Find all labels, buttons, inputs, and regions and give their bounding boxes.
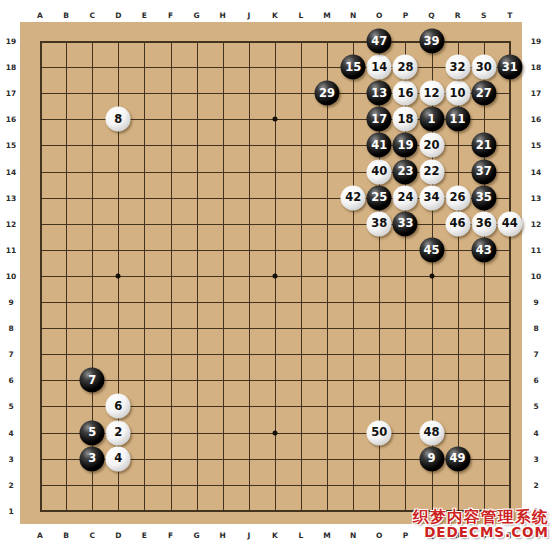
row-label-right: 19	[531, 37, 541, 46]
stone-black-O17: 13	[367, 81, 392, 106]
stone-white-Q15: 20	[419, 133, 444, 158]
grid-line-v	[301, 41, 302, 511]
watermark-chinese-text: 织梦内容管理系统	[413, 509, 549, 525]
col-label-bottom: L	[299, 531, 304, 540]
row-label-right: 16	[531, 115, 541, 124]
col-label-top: F	[168, 11, 173, 20]
row-label-left: 1	[8, 506, 13, 515]
star-point-K16	[272, 117, 277, 122]
stone-black-T18: 31	[497, 55, 522, 80]
col-label-bottom: E	[142, 531, 147, 540]
row-label-right: 10	[531, 271, 541, 280]
watermark-site-text: DEDECMS.COM	[413, 525, 549, 539]
stone-black-S15: 21	[471, 133, 496, 158]
row-label-right: 13	[531, 193, 541, 202]
stone-white-R18: 32	[445, 55, 470, 80]
grid-line-h	[40, 354, 510, 355]
row-label-left: 4	[8, 428, 13, 437]
col-label-bottom: A	[37, 531, 43, 540]
col-label-bottom: F	[168, 531, 173, 540]
col-label-top: N	[350, 11, 356, 20]
stone-white-P18: 28	[393, 55, 418, 80]
row-label-left: 19	[6, 37, 16, 46]
col-label-bottom: K	[272, 531, 278, 540]
stone-black-P12: 33	[393, 211, 418, 236]
stone-black-S13: 35	[471, 185, 496, 210]
col-label-top: A	[37, 11, 43, 20]
stone-black-R3: 49	[445, 446, 470, 471]
stone-black-R16: 11	[445, 107, 470, 132]
stone-white-Q17: 12	[419, 81, 444, 106]
stone-white-P13: 24	[393, 185, 418, 210]
col-label-bottom: C	[89, 531, 95, 540]
stone-black-Q11: 45	[419, 237, 444, 262]
row-label-left: 9	[8, 298, 13, 307]
page: 织梦内容管理系统 DEDECMS.COM AABBCCDDEEFFGGHHJJK…	[0, 0, 550, 550]
grid-line-h	[40, 485, 510, 486]
col-label-bottom: M	[323, 531, 330, 540]
star-point-K10	[272, 273, 277, 278]
stone-white-D5: 6	[106, 394, 131, 419]
grid-line-h	[40, 380, 510, 381]
stone-black-C6: 7	[80, 368, 105, 393]
row-label-right: 7	[533, 350, 538, 359]
stone-white-O12: 38	[367, 211, 392, 236]
stone-black-S14: 37	[471, 159, 496, 184]
row-label-left: 6	[8, 376, 13, 385]
row-label-left: 15	[6, 141, 16, 150]
row-label-right: 4	[533, 428, 538, 437]
grid-line-v	[353, 41, 354, 511]
col-label-bottom: P	[403, 531, 409, 540]
row-label-left: 10	[6, 271, 16, 280]
stone-black-P15: 19	[393, 133, 418, 158]
stone-black-Q19: 39	[419, 29, 444, 54]
stone-white-P16: 18	[393, 107, 418, 132]
row-label-left: 11	[6, 245, 16, 254]
col-label-top: L	[299, 11, 304, 20]
row-label-right: 17	[531, 89, 541, 98]
stone-white-Q4: 48	[419, 420, 444, 445]
stone-white-Q14: 22	[419, 159, 444, 184]
stone-white-S18: 30	[471, 55, 496, 80]
row-label-left: 3	[8, 454, 13, 463]
stone-black-M17: 29	[315, 81, 340, 106]
col-label-bottom: G	[194, 531, 200, 540]
stone-white-P17: 16	[393, 81, 418, 106]
col-label-top: C	[89, 11, 95, 20]
col-label-top: S	[481, 11, 486, 20]
row-label-right: 5	[533, 402, 538, 411]
col-label-top: Q	[428, 11, 434, 20]
stone-white-S12: 36	[471, 211, 496, 236]
stone-black-O16: 17	[367, 107, 392, 132]
stone-white-O18: 14	[367, 55, 392, 80]
stone-black-O19: 47	[367, 29, 392, 54]
row-label-right: 6	[533, 376, 538, 385]
row-label-left: 17	[6, 89, 16, 98]
stone-black-S11: 43	[471, 237, 496, 262]
stone-black-P14: 23	[393, 159, 418, 184]
stone-black-C4: 5	[80, 420, 105, 445]
col-label-top: R	[455, 11, 461, 20]
col-label-top: E	[142, 11, 147, 20]
star-point-K4	[272, 430, 277, 435]
stone-white-O14: 40	[367, 159, 392, 184]
col-label-top: O	[376, 11, 382, 20]
row-label-left: 8	[8, 324, 13, 333]
stone-white-D3: 4	[106, 446, 131, 471]
stone-black-Q16: 1	[419, 107, 444, 132]
col-label-bottom: J	[247, 531, 250, 540]
row-label-right: 3	[533, 454, 538, 463]
row-label-right: 8	[533, 324, 538, 333]
stone-white-T12: 44	[497, 211, 522, 236]
grid-line-v	[484, 41, 485, 511]
stone-white-Q13: 34	[419, 185, 444, 210]
stone-white-D16: 8	[106, 107, 131, 132]
stone-black-S17: 27	[471, 81, 496, 106]
grid-line-h	[40, 302, 510, 303]
star-point-D10	[116, 273, 121, 278]
col-label-bottom: O	[376, 531, 382, 540]
row-label-right: 12	[531, 219, 541, 228]
grid-line-h	[40, 328, 510, 329]
stone-white-O4: 50	[367, 420, 392, 445]
col-label-top: J	[247, 11, 250, 20]
row-label-left: 14	[6, 167, 16, 176]
stone-white-R13: 26	[445, 185, 470, 210]
stone-white-N13: 42	[341, 185, 366, 210]
row-label-left: 12	[6, 219, 16, 228]
row-label-left: 2	[8, 480, 13, 489]
col-label-top: D	[115, 11, 121, 20]
col-label-top: T	[507, 11, 512, 20]
stone-black-C3: 3	[80, 446, 105, 471]
col-label-top: K	[272, 11, 278, 20]
col-label-top: P	[403, 11, 409, 20]
stone-black-Q3: 9	[419, 446, 444, 471]
row-label-right: 9	[533, 298, 538, 307]
stone-white-R12: 46	[445, 211, 470, 236]
col-label-bottom: H	[220, 531, 226, 540]
row-label-right: 18	[531, 63, 541, 72]
col-label-bottom: B	[63, 531, 69, 540]
row-label-right: 2	[533, 480, 538, 489]
col-label-top: H	[220, 11, 226, 20]
row-label-left: 16	[6, 115, 16, 124]
row-label-left: 7	[8, 350, 13, 359]
row-label-right: 14	[531, 167, 541, 176]
row-label-left: 5	[8, 402, 13, 411]
col-label-top: M	[323, 11, 330, 20]
row-label-left: 18	[6, 63, 16, 72]
col-label-top: B	[63, 11, 69, 20]
col-label-bottom: N	[350, 531, 356, 540]
grid-line-v	[509, 41, 511, 511]
col-label-bottom: D	[115, 531, 121, 540]
col-label-top: G	[194, 11, 200, 20]
grid-line-v	[327, 41, 328, 511]
watermark: 织梦内容管理系统 DEDECMS.COM	[413, 509, 549, 539]
row-label-right: 11	[531, 245, 541, 254]
star-point-Q10	[429, 273, 434, 278]
stone-black-O15: 41	[367, 133, 392, 158]
stone-white-R17: 10	[445, 81, 470, 106]
row-label-left: 13	[6, 193, 16, 202]
row-label-right: 15	[531, 141, 541, 150]
stone-black-N18: 15	[341, 55, 366, 80]
stone-white-D4: 2	[106, 420, 131, 445]
stone-black-O13: 25	[367, 185, 392, 210]
